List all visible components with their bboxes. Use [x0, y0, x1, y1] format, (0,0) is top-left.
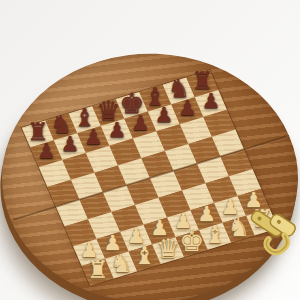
brass-clasp-icon [246, 202, 300, 262]
white-king: ♚ [179, 229, 204, 254]
white-queen: ♛ [156, 236, 181, 261]
black-pawn: ♟ [198, 89, 223, 114]
black-pawn: ♟ [104, 118, 129, 143]
black-pawn: ♟ [34, 139, 59, 164]
white-bishop: ♝ [132, 243, 157, 268]
black-pawn: ♟ [128, 111, 153, 136]
black-pawn: ♟ [175, 96, 200, 121]
white-bishop: ♝ [203, 222, 228, 247]
square-h7: ♟ [195, 90, 227, 117]
black-pawn: ♟ [81, 125, 106, 150]
black-pawn: ♟ [57, 132, 82, 157]
chess-set-photo: ♜♞♝♛♚♝♞♜♟♟♟♟♟♟♟♟♟♟♟♟♟♟♟♟♜♞♝♛♚♝♞♜ [0, 0, 300, 300]
black-pawn: ♟ [151, 103, 176, 128]
white-rook: ♜ [85, 258, 110, 283]
white-knight: ♞ [109, 251, 134, 276]
